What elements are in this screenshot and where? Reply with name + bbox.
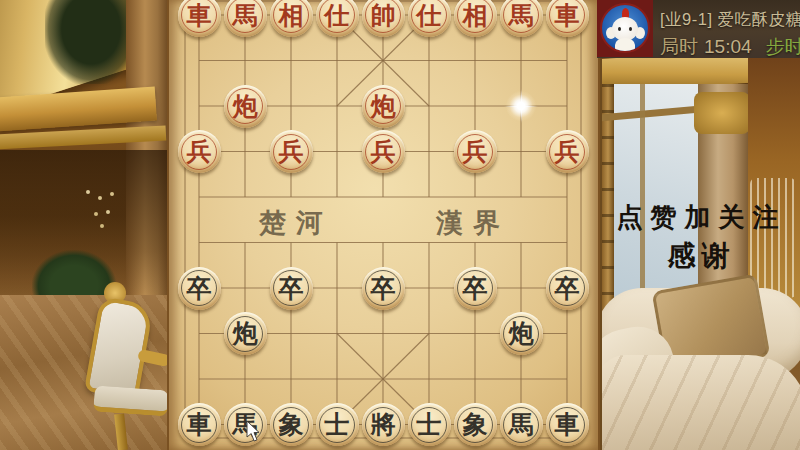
avatar-eye-right (629, 27, 632, 31)
step-time-label: 步时 (766, 36, 800, 57)
board-grid (169, 0, 602, 450)
piece-red[interactable]: 兵 (362, 130, 405, 173)
streamer-avatar[interactable] (597, 0, 653, 57)
avatar-body (615, 38, 635, 52)
piece-black[interactable]: 炮 (500, 312, 543, 355)
piece-red[interactable]: 兵 (546, 130, 589, 173)
river-label-right: 漢界 (436, 205, 510, 241)
watermark-line1: 点赞加关注 (603, 200, 800, 235)
piece-red[interactable]: 仕 (408, 0, 451, 37)
piece-red[interactable]: 兵 (178, 130, 221, 173)
piece-black[interactable]: 卒 (270, 267, 313, 310)
background-left-room (0, 0, 168, 450)
piece-black[interactable]: 卒 (454, 267, 497, 310)
plant-top (45, 0, 137, 84)
gold-capital (694, 92, 750, 134)
mouse-cursor-icon (246, 421, 262, 443)
clock-row: 局时15:04步时 (660, 34, 800, 58)
window-divider (640, 84, 645, 314)
piece-red[interactable]: 相 (454, 0, 497, 37)
game-time-value: 15:04 (704, 36, 752, 57)
watermark: 点赞加关注 感谢 (603, 200, 800, 275)
piece-black[interactable]: 車 (546, 403, 589, 446)
piece-red[interactable]: 兵 (454, 130, 497, 173)
piece-red[interactable]: 仕 (316, 0, 359, 37)
piece-red[interactable]: 相 (270, 0, 313, 37)
piece-black[interactable]: 象 (454, 403, 497, 446)
piece-red[interactable]: 帥 (362, 0, 405, 37)
piece-black[interactable]: 將 (362, 403, 405, 446)
piece-black[interactable]: 卒 (362, 267, 405, 310)
piece-red[interactable]: 車 (546, 0, 589, 37)
xiangqi-board[interactable]: 楚河 漢界 車馬相仕帥仕相馬車炮炮兵兵兵兵兵卒卒卒卒卒炮炮車馬象士將士象馬車 (167, 0, 600, 450)
stream-info-bar: [业9-1] 爱吃酥皮糖 局时15:04步时 (597, 0, 800, 58)
piece-red[interactable]: 炮 (224, 85, 267, 128)
watermark-line2: 感谢 (603, 237, 800, 275)
game-time-label: 局时 (660, 36, 698, 57)
armchair-seat (93, 385, 168, 416)
piece-red[interactable]: 炮 (362, 85, 405, 128)
piece-black[interactable]: 馬 (500, 403, 543, 446)
piece-black[interactable]: 車 (178, 403, 221, 446)
piece-black[interactable]: 象 (270, 403, 313, 446)
piece-black[interactable]: 士 (408, 403, 451, 446)
sofa-seat (602, 355, 800, 450)
piece-black[interactable]: 卒 (546, 267, 589, 310)
player-tag: [业9-1] 爱吃酥皮糖 (660, 9, 800, 31)
candelabra (86, 190, 90, 194)
piece-black[interactable]: 炮 (224, 312, 267, 355)
piece-red[interactable]: 兵 (270, 130, 313, 173)
piece-red[interactable]: 馬 (500, 0, 543, 37)
river-label-left: 楚河 (259, 205, 333, 241)
piece-red[interactable]: 車 (178, 0, 221, 37)
piece-red[interactable]: 馬 (224, 0, 267, 37)
piece-black[interactable]: 士 (316, 403, 359, 446)
avatar-eye-left (618, 27, 621, 31)
stream-info-texts: [业9-1] 爱吃酥皮糖 局时15:04步时 (653, 0, 800, 58)
piece-black[interactable]: 卒 (178, 267, 221, 310)
screenshot-root: 点赞加关注 感谢 楚河 漢界 車馬相仕帥仕相馬車炮炮兵兵兵兵兵卒卒卒卒卒炮炮車馬… (0, 0, 800, 450)
avatar-circle (600, 3, 650, 53)
